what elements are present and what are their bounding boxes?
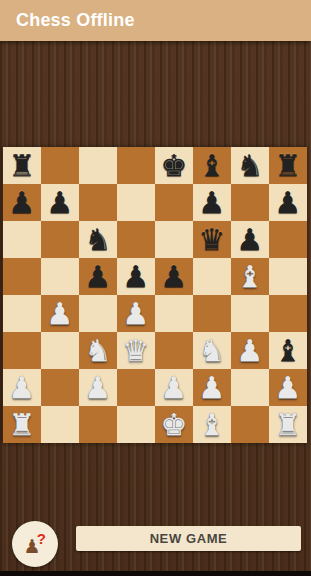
square-h5[interactable] xyxy=(269,258,307,295)
square-c7[interactable] xyxy=(79,184,117,221)
square-c5[interactable]: ♟ xyxy=(79,258,117,295)
square-h6[interactable] xyxy=(269,221,307,258)
square-f6[interactable]: ♛ xyxy=(193,221,231,258)
piece-black-pawn[interactable]: ♟ xyxy=(237,221,264,258)
square-f2[interactable]: ♟ xyxy=(193,369,231,406)
piece-black-king[interactable]: ♚ xyxy=(161,147,188,184)
square-a2[interactable]: ♟ xyxy=(3,369,41,406)
square-a5[interactable] xyxy=(3,258,41,295)
piece-white-bishop[interactable]: ♝ xyxy=(237,258,264,295)
piece-black-rook[interactable]: ♜ xyxy=(275,147,302,184)
piece-black-pawn[interactable]: ♟ xyxy=(47,184,74,221)
square-g6[interactable]: ♟ xyxy=(231,221,269,258)
square-h3[interactable]: ♝ xyxy=(269,332,307,369)
square-b1[interactable] xyxy=(41,406,79,443)
square-b2[interactable] xyxy=(41,369,79,406)
square-g3[interactable]: ♟ xyxy=(231,332,269,369)
piece-black-knight[interactable]: ♞ xyxy=(85,221,112,258)
piece-white-pawn[interactable]: ♟ xyxy=(161,369,188,406)
square-f8[interactable]: ♝ xyxy=(193,147,231,184)
square-g1[interactable] xyxy=(231,406,269,443)
square-e3[interactable] xyxy=(155,332,193,369)
square-g7[interactable] xyxy=(231,184,269,221)
piece-black-queen[interactable]: ♛ xyxy=(199,221,226,258)
square-h7[interactable]: ♟ xyxy=(269,184,307,221)
piece-white-pawn[interactable]: ♟ xyxy=(275,369,302,406)
question-mark-icon: ? xyxy=(37,531,46,546)
square-h2[interactable]: ♟ xyxy=(269,369,307,406)
piece-white-pawn[interactable]: ♟ xyxy=(9,369,36,406)
square-d2[interactable] xyxy=(117,369,155,406)
piece-white-king[interactable]: ♚ xyxy=(161,406,188,443)
square-f4[interactable] xyxy=(193,295,231,332)
piece-white-rook[interactable]: ♜ xyxy=(275,406,302,443)
piece-black-pawn[interactable]: ♟ xyxy=(123,258,150,295)
chess-board: ♜♚♝♞♜♟♟♟♟♞♛♟♟♟♟♝♟♟♞♛♞♟♝♟♟♟♟♟♜♚♝♜ xyxy=(3,147,307,443)
new-game-button[interactable]: NEW GAME xyxy=(76,526,301,551)
square-g5[interactable]: ♝ xyxy=(231,258,269,295)
square-b5[interactable] xyxy=(41,258,79,295)
square-d6[interactable] xyxy=(117,221,155,258)
piece-black-bishop[interactable]: ♝ xyxy=(275,332,302,369)
square-c8[interactable] xyxy=(79,147,117,184)
square-b6[interactable] xyxy=(41,221,79,258)
square-f3[interactable]: ♞ xyxy=(193,332,231,369)
square-h8[interactable]: ♜ xyxy=(269,147,307,184)
square-c4[interactable] xyxy=(79,295,117,332)
square-d7[interactable] xyxy=(117,184,155,221)
square-e6[interactable] xyxy=(155,221,193,258)
piece-white-queen[interactable]: ♛ xyxy=(123,332,150,369)
piece-black-bishop[interactable]: ♝ xyxy=(199,147,226,184)
square-f1[interactable]: ♝ xyxy=(193,406,231,443)
square-a6[interactable] xyxy=(3,221,41,258)
piece-white-knight[interactable]: ♞ xyxy=(85,332,112,369)
piece-black-pawn[interactable]: ♟ xyxy=(275,184,302,221)
piece-white-bishop[interactable]: ♝ xyxy=(199,406,226,443)
piece-black-rook[interactable]: ♜ xyxy=(9,147,36,184)
piece-white-pawn[interactable]: ♟ xyxy=(237,332,264,369)
piece-white-pawn[interactable]: ♟ xyxy=(123,295,150,332)
square-b8[interactable] xyxy=(41,147,79,184)
square-b4[interactable]: ♟ xyxy=(41,295,79,332)
square-d8[interactable] xyxy=(117,147,155,184)
app-title: Chess Offline xyxy=(16,10,135,31)
square-d5[interactable]: ♟ xyxy=(117,258,155,295)
square-e2[interactable]: ♟ xyxy=(155,369,193,406)
piece-black-knight[interactable]: ♞ xyxy=(237,147,264,184)
square-g8[interactable]: ♞ xyxy=(231,147,269,184)
piece-white-pawn[interactable]: ♟ xyxy=(85,369,112,406)
square-c3[interactable]: ♞ xyxy=(79,332,117,369)
square-e8[interactable]: ♚ xyxy=(155,147,193,184)
square-d3[interactable]: ♛ xyxy=(117,332,155,369)
piece-white-pawn[interactable]: ♟ xyxy=(47,295,74,332)
square-d4[interactable]: ♟ xyxy=(117,295,155,332)
square-a1[interactable]: ♜ xyxy=(3,406,41,443)
bottom-strip xyxy=(0,571,311,576)
square-c2[interactable]: ♟ xyxy=(79,369,117,406)
piece-black-pawn[interactable]: ♟ xyxy=(161,258,188,295)
square-b3[interactable] xyxy=(41,332,79,369)
piece-white-pawn[interactable]: ♟ xyxy=(199,369,226,406)
square-a3[interactable] xyxy=(3,332,41,369)
square-e1[interactable]: ♚ xyxy=(155,406,193,443)
piece-white-knight[interactable]: ♞ xyxy=(199,332,226,369)
square-a7[interactable]: ♟ xyxy=(3,184,41,221)
square-h1[interactable]: ♜ xyxy=(269,406,307,443)
square-b7[interactable]: ♟ xyxy=(41,184,79,221)
square-f7[interactable]: ♟ xyxy=(193,184,231,221)
square-c6[interactable]: ♞ xyxy=(79,221,117,258)
app-header: Chess Offline xyxy=(0,0,311,41)
hint-button[interactable]: ♟ ? xyxy=(12,521,58,567)
square-e4[interactable] xyxy=(155,295,193,332)
piece-white-rook[interactable]: ♜ xyxy=(9,406,36,443)
square-g2[interactable] xyxy=(231,369,269,406)
square-f5[interactable] xyxy=(193,258,231,295)
square-e7[interactable] xyxy=(155,184,193,221)
square-g4[interactable] xyxy=(231,295,269,332)
square-e5[interactable]: ♟ xyxy=(155,258,193,295)
piece-black-pawn[interactable]: ♟ xyxy=(85,258,112,295)
square-h4[interactable] xyxy=(269,295,307,332)
piece-black-pawn[interactable]: ♟ xyxy=(199,184,226,221)
square-c1[interactable] xyxy=(79,406,117,443)
square-d1[interactable] xyxy=(117,406,155,443)
square-a4[interactable] xyxy=(3,295,41,332)
piece-black-pawn[interactable]: ♟ xyxy=(9,184,36,221)
square-a8[interactable]: ♜ xyxy=(3,147,41,184)
